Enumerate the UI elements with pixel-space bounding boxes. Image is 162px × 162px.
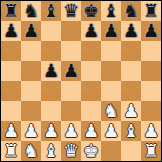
square-d5[interactable]: ♟ xyxy=(61,61,81,81)
square-d2[interactable]: ♟ xyxy=(61,121,81,141)
black-bishop-icon[interactable]: ♝ xyxy=(43,1,59,21)
square-e8[interactable]: ♚ xyxy=(81,1,101,21)
black-pawn-icon[interactable]: ♟ xyxy=(103,21,119,41)
black-knight-icon[interactable]: ♞ xyxy=(23,1,39,21)
black-pawn-icon[interactable]: ♟ xyxy=(83,21,99,41)
white-pawn-icon[interactable]: ♟ xyxy=(63,121,79,141)
square-a4[interactable] xyxy=(1,81,21,101)
square-c8[interactable]: ♝ xyxy=(41,1,61,21)
square-d7[interactable] xyxy=(61,21,81,41)
white-pawn-icon[interactable]: ♟ xyxy=(103,121,119,141)
square-g5[interactable] xyxy=(121,61,141,81)
white-pawn-icon[interactable]: ♟ xyxy=(43,121,59,141)
white-pawn-icon[interactable]: ♟ xyxy=(3,121,19,141)
square-h5[interactable] xyxy=(141,61,161,81)
black-rook-icon[interactable]: ♜ xyxy=(143,1,159,21)
black-pawn-icon[interactable]: ♟ xyxy=(43,61,59,81)
square-e1[interactable]: ♚ xyxy=(81,141,101,161)
square-g4[interactable] xyxy=(121,81,141,101)
square-g7[interactable]: ♟ xyxy=(121,21,141,41)
square-f3[interactable]: ♞ xyxy=(101,101,121,121)
black-pawn-icon[interactable]: ♟ xyxy=(123,21,139,41)
square-f2[interactable]: ♟ xyxy=(101,121,121,141)
square-h2[interactable]: ♟ xyxy=(141,121,161,141)
square-c6[interactable] xyxy=(41,41,61,61)
square-c5[interactable]: ♟ xyxy=(41,61,61,81)
square-d4[interactable] xyxy=(61,81,81,101)
square-e3[interactable] xyxy=(81,101,101,121)
square-d8[interactable]: ♛ xyxy=(61,1,81,21)
square-a6[interactable] xyxy=(1,41,21,61)
square-h1[interactable]: ♜ xyxy=(141,141,161,161)
white-king-icon[interactable]: ♚ xyxy=(83,141,99,161)
square-c3[interactable] xyxy=(41,101,61,121)
square-b2[interactable]: ♟ xyxy=(21,121,41,141)
square-c7[interactable] xyxy=(41,21,61,41)
white-pawn-icon[interactable]: ♟ xyxy=(123,101,139,121)
square-b1[interactable]: ♞ xyxy=(21,141,41,161)
square-g6[interactable] xyxy=(121,41,141,61)
square-f7[interactable]: ♟ xyxy=(101,21,121,41)
square-e4[interactable] xyxy=(81,81,101,101)
white-pawn-icon[interactable]: ♟ xyxy=(143,121,159,141)
square-h4[interactable] xyxy=(141,81,161,101)
square-b5[interactable] xyxy=(21,61,41,81)
square-a5[interactable] xyxy=(1,61,21,81)
white-pawn-icon[interactable]: ♟ xyxy=(83,121,99,141)
black-king-icon[interactable]: ♚ xyxy=(83,1,99,21)
square-c4[interactable] xyxy=(41,81,61,101)
square-b6[interactable] xyxy=(21,41,41,61)
square-a2[interactable]: ♟ xyxy=(1,121,21,141)
square-f5[interactable] xyxy=(101,61,121,81)
black-pawn-icon[interactable]: ♟ xyxy=(23,21,39,41)
white-bishop-icon[interactable]: ♝ xyxy=(123,121,139,141)
square-d1[interactable]: ♛ xyxy=(61,141,81,161)
square-b4[interactable] xyxy=(21,81,41,101)
chess-board: ♜♞♝♛♚♝♞♜♟♟♟♟♟♟♟♟♞♟♟♟♟♟♟♟♝♟♜♞♝♛♚♜ xyxy=(0,0,162,162)
black-pawn-icon[interactable]: ♟ xyxy=(143,21,159,41)
black-queen-icon[interactable]: ♛ xyxy=(63,1,79,21)
square-h3[interactable] xyxy=(141,101,161,121)
square-g3[interactable]: ♟ xyxy=(121,101,141,121)
square-e7[interactable]: ♟ xyxy=(81,21,101,41)
black-pawn-icon[interactable]: ♟ xyxy=(3,21,19,41)
square-a3[interactable] xyxy=(1,101,21,121)
white-queen-icon[interactable]: ♛ xyxy=(63,141,79,161)
white-rook-icon[interactable]: ♜ xyxy=(3,141,19,161)
white-rook-icon[interactable]: ♜ xyxy=(143,141,159,161)
square-a8[interactable]: ♜ xyxy=(1,1,21,21)
square-e6[interactable] xyxy=(81,41,101,61)
square-c1[interactable]: ♝ xyxy=(41,141,61,161)
square-a7[interactable]: ♟ xyxy=(1,21,21,41)
square-b7[interactable]: ♟ xyxy=(21,21,41,41)
square-f1[interactable] xyxy=(101,141,121,161)
square-d3[interactable] xyxy=(61,101,81,121)
square-f6[interactable] xyxy=(101,41,121,61)
black-rook-icon[interactable]: ♜ xyxy=(3,1,19,21)
white-knight-icon[interactable]: ♞ xyxy=(103,101,119,121)
square-e2[interactable]: ♟ xyxy=(81,121,101,141)
square-f8[interactable]: ♝ xyxy=(101,1,121,21)
white-knight-icon[interactable]: ♞ xyxy=(23,141,39,161)
square-a1[interactable]: ♜ xyxy=(1,141,21,161)
black-bishop-icon[interactable]: ♝ xyxy=(103,1,119,21)
square-d6[interactable] xyxy=(61,41,81,61)
square-g1[interactable] xyxy=(121,141,141,161)
square-h8[interactable]: ♜ xyxy=(141,1,161,21)
square-e5[interactable] xyxy=(81,61,101,81)
black-pawn-icon[interactable]: ♟ xyxy=(63,61,79,81)
square-b3[interactable] xyxy=(21,101,41,121)
white-bishop-icon[interactable]: ♝ xyxy=(43,141,59,161)
square-g2[interactable]: ♝ xyxy=(121,121,141,141)
square-h7[interactable]: ♟ xyxy=(141,21,161,41)
square-g8[interactable]: ♞ xyxy=(121,1,141,21)
black-knight-icon[interactable]: ♞ xyxy=(123,1,139,21)
white-pawn-icon[interactable]: ♟ xyxy=(23,121,39,141)
square-b8[interactable]: ♞ xyxy=(21,1,41,21)
square-h6[interactable] xyxy=(141,41,161,61)
square-f4[interactable] xyxy=(101,81,121,101)
square-c2[interactable]: ♟ xyxy=(41,121,61,141)
